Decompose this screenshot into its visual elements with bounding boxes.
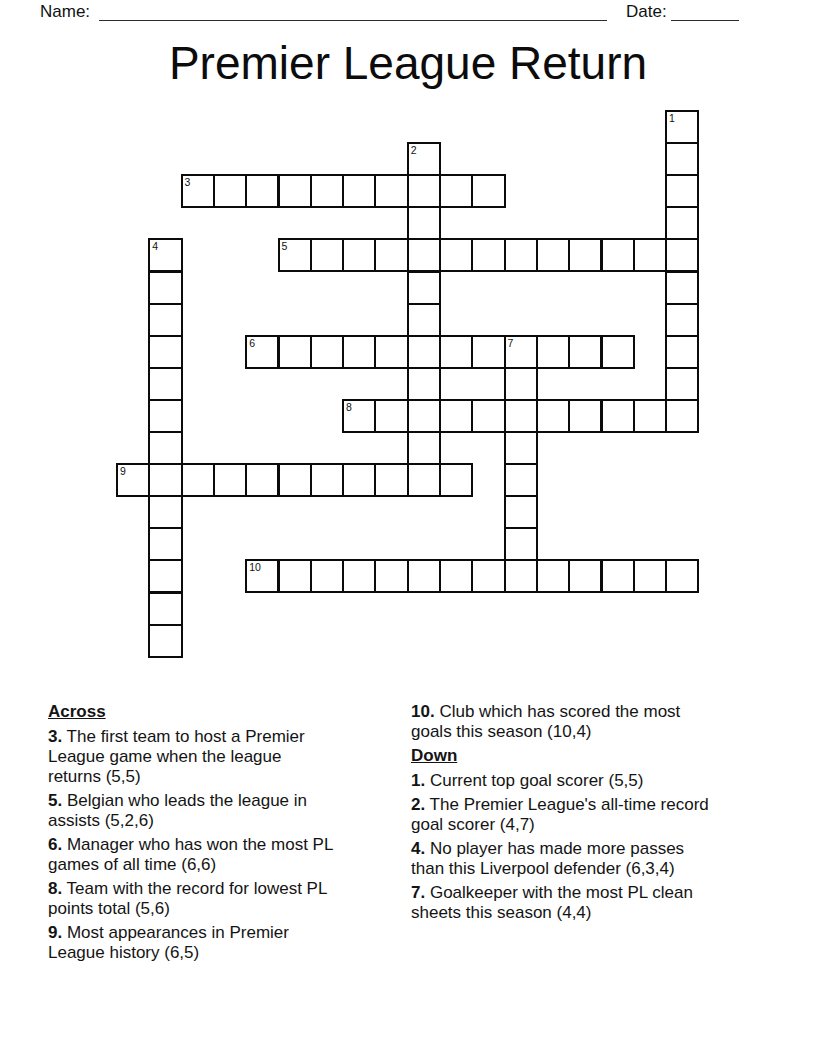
grid-cell-r7-c17[interactable] <box>665 335 699 369</box>
grid-cell-r9-c17[interactable] <box>665 399 699 433</box>
crossword-worksheet-page: Name: Date: Premier League Return 123456… <box>0 0 816 1056</box>
grid-cell-r11-c0[interactable] <box>116 463 150 497</box>
grid-cell-r9-c10[interactable] <box>439 399 473 433</box>
clue-text: Most appearances in Premier League histo… <box>48 923 289 962</box>
grid-cell-r7-c9[interactable] <box>407 335 441 369</box>
grid-cell-r13-c1[interactable] <box>148 527 182 561</box>
grid-cell-r2-c7[interactable] <box>342 174 376 208</box>
clue-number-label: 4. <box>411 839 425 858</box>
grid-cell-r14-c1[interactable] <box>148 559 182 593</box>
grid-cell-r4-c15[interactable] <box>601 238 635 272</box>
grid-cell-r14-c12[interactable] <box>504 559 538 593</box>
grid-cell-r2-c4[interactable] <box>245 174 279 208</box>
grid-cell-r0-c17[interactable] <box>665 110 699 144</box>
grid-cell-r14-c11[interactable] <box>471 559 505 593</box>
grid-cell-r14-c5[interactable] <box>278 559 312 593</box>
grid-cell-r7-c11[interactable] <box>471 335 505 369</box>
grid-cell-r7-c13[interactable] <box>536 335 570 369</box>
grid-cell-r7-c5[interactable] <box>278 335 312 369</box>
clue-across-10: 10. Club which has scored the most goals… <box>411 702 711 742</box>
clue-text: The first team to host a Premier League … <box>48 727 305 786</box>
grid-cell-r9-c15[interactable] <box>601 399 635 433</box>
clue-number-label: 8. <box>48 879 62 898</box>
clues-column-left: Across 3. The first team to host a Premi… <box>48 702 334 967</box>
grid-cell-r12-c1[interactable] <box>148 495 182 529</box>
clue-text: Current top goal scorer (5,5) <box>430 771 644 790</box>
grid-cell-r2-c6[interactable] <box>310 174 344 208</box>
grid-cell-r7-c6[interactable] <box>310 335 344 369</box>
grid-cell-r6-c1[interactable] <box>148 303 182 337</box>
grid-cell-r6-c9[interactable] <box>407 303 441 337</box>
grid-cell-r11-c7[interactable] <box>342 463 376 497</box>
grid-cell-r4-c9[interactable] <box>407 238 441 272</box>
name-label: Name: <box>40 2 90 22</box>
grid-cell-r15-c1[interactable] <box>148 592 182 626</box>
grid-cell-r12-c12[interactable] <box>504 495 538 529</box>
clue-number-label: 1. <box>411 771 425 790</box>
grid-cell-r14-c13[interactable] <box>536 559 570 593</box>
grid-cell-r2-c9[interactable] <box>407 174 441 208</box>
clue-text: Belgian who leads the league in assists … <box>48 791 307 830</box>
grid-cell-r9-c11[interactable] <box>471 399 505 433</box>
grid-cell-r14-c6[interactable] <box>310 559 344 593</box>
grid-cell-r14-c9[interactable] <box>407 559 441 593</box>
grid-cell-r4-c17[interactable] <box>665 238 699 272</box>
grid-cell-r14-c15[interactable] <box>601 559 635 593</box>
grid-cell-r11-c3[interactable] <box>213 463 247 497</box>
clue-text: Club which has scored the most goals thi… <box>411 702 680 741</box>
grid-cell-r4-c16[interactable] <box>633 238 667 272</box>
clue-down-1: 1. Current top goal scorer (5,5) <box>411 771 711 791</box>
clue-text: Team with the record for lowest PL point… <box>48 879 327 918</box>
grid-cell-r8-c1[interactable] <box>148 367 182 401</box>
grid-cell-r11-c9[interactable] <box>407 463 441 497</box>
clue-number-label: 6. <box>48 835 62 854</box>
clue-across-8: 8. Team with the record for lowest PL po… <box>48 879 334 919</box>
clue-number-label: 2. <box>411 795 425 814</box>
grid-cell-r14-c10[interactable] <box>439 559 473 593</box>
grid-cell-r4-c7[interactable] <box>342 238 376 272</box>
grid-cell-r4-c12[interactable] <box>504 238 538 272</box>
grid-cell-r8-c17[interactable] <box>665 367 699 401</box>
grid-cell-r11-c8[interactable] <box>374 463 408 497</box>
grid-cell-r7-c1[interactable] <box>148 335 182 369</box>
clue-across-5: 5. Belgian who leads the league in assis… <box>48 791 334 831</box>
grid-cell-r5-c17[interactable] <box>665 271 699 305</box>
grid-cell-r11-c2[interactable] <box>181 463 215 497</box>
clue-down-4: 4. No player has made more passes than t… <box>411 839 711 879</box>
grid-cell-r16-c1[interactable] <box>148 624 182 658</box>
grid-cell-r6-c17[interactable] <box>665 303 699 337</box>
clue-down-2: 2. The Premier League's all-time record … <box>411 795 711 835</box>
grid-cell-r11-c12[interactable] <box>504 463 538 497</box>
grid-cell-r4-c10[interactable] <box>439 238 473 272</box>
clue-down-7: 7. Goalkeeper with the most PL clean she… <box>411 883 711 923</box>
grid-cell-r1-c9[interactable] <box>407 142 441 176</box>
grid-cell-r3-c17[interactable] <box>665 206 699 240</box>
puzzle-title: Premier League Return <box>0 36 816 90</box>
clue-text: The Premier League's all-time record goa… <box>411 795 709 834</box>
grid-cell-r7-c14[interactable] <box>568 335 602 369</box>
grid-cell-r3-c9[interactable] <box>407 206 441 240</box>
grid-cell-r2-c5[interactable] <box>278 174 312 208</box>
grid-cell-r14-c16[interactable] <box>633 559 667 593</box>
grid-cell-r2-c11[interactable] <box>471 174 505 208</box>
grid-cell-r7-c7[interactable] <box>342 335 376 369</box>
clue-across-6: 6. Manager who has won the most PL games… <box>48 835 334 875</box>
name-blank-line <box>99 4 607 21</box>
grid-cell-r8-c12[interactable] <box>504 367 538 401</box>
grid-cell-r9-c1[interactable] <box>148 399 182 433</box>
grid-cell-r14-c17[interactable] <box>665 559 699 593</box>
grid-cell-r5-c9[interactable] <box>407 271 441 305</box>
grid-cell-r14-c4[interactable] <box>245 559 279 593</box>
clue-text: Goalkeeper with the most PL clean sheets… <box>411 883 693 922</box>
clue-text: No player has made more passes than this… <box>411 839 684 878</box>
grid-cell-r1-c17[interactable] <box>665 142 699 176</box>
grid-cell-r7-c12[interactable] <box>504 335 538 369</box>
grid-cell-r14-c14[interactable] <box>568 559 602 593</box>
grid-cell-r10-c1[interactable] <box>148 431 182 465</box>
grid-cell-r10-c12[interactable] <box>504 431 538 465</box>
grid-cell-r4-c14[interactable] <box>568 238 602 272</box>
date-blank-line <box>671 4 739 21</box>
grid-cell-r4-c8[interactable] <box>374 238 408 272</box>
grid-cell-r9-c13[interactable] <box>536 399 570 433</box>
grid-cell-r14-c8[interactable] <box>374 559 408 593</box>
grid-cell-r9-c9[interactable] <box>407 399 441 433</box>
clue-text: Manager who has won the most PL games of… <box>48 835 333 874</box>
grid-cell-r10-c9[interactable] <box>407 431 441 465</box>
grid-cell-r7-c10[interactable] <box>439 335 473 369</box>
clue-across-9: 9. Most appearances in Premier League hi… <box>48 923 334 963</box>
across-heading: Across <box>48 702 334 722</box>
grid-cell-r5-c1[interactable] <box>148 271 182 305</box>
grid-cell-r13-c12[interactable] <box>504 527 538 561</box>
grid-cell-r2-c17[interactable] <box>665 174 699 208</box>
grid-cell-r14-c7[interactable] <box>342 559 376 593</box>
grid-cell-r2-c3[interactable] <box>213 174 247 208</box>
down-heading: Down <box>411 746 711 766</box>
grid-cell-r2-c2[interactable] <box>181 174 215 208</box>
clue-number-label: 7. <box>411 883 425 902</box>
date-label: Date: <box>626 2 667 22</box>
grid-cell-r4-c11[interactable] <box>471 238 505 272</box>
grid-cell-r11-c6[interactable] <box>310 463 344 497</box>
grid-cell-r11-c1[interactable] <box>148 463 182 497</box>
grid-cell-r11-c5[interactable] <box>278 463 312 497</box>
grid-cell-r7-c4[interactable] <box>245 335 279 369</box>
clue-number-label: 10. <box>411 702 435 721</box>
grid-cell-r11-c4[interactable] <box>245 463 279 497</box>
grid-cell-r7-c8[interactable] <box>374 335 408 369</box>
grid-cell-r8-c9[interactable] <box>407 367 441 401</box>
grid-cell-r2-c8[interactable] <box>374 174 408 208</box>
crossword-grid: 12345678910 <box>117 111 699 658</box>
clue-number-label: 3. <box>48 727 62 746</box>
grid-cell-r4-c1[interactable] <box>148 238 182 272</box>
grid-cell-r9-c12[interactable] <box>504 399 538 433</box>
grid-cell-r9-c8[interactable] <box>374 399 408 433</box>
grid-cell-r7-c15[interactable] <box>601 335 635 369</box>
grid-cell-r4-c6[interactable] <box>310 238 344 272</box>
clues-column-right: 10. Club which has scored the most goals… <box>411 702 711 927</box>
grid-cell-r11-c10[interactable] <box>439 463 473 497</box>
grid-cell-r4-c5[interactable] <box>278 238 312 272</box>
grid-cell-r9-c14[interactable] <box>568 399 602 433</box>
clue-number-label: 9. <box>48 923 62 942</box>
grid-cell-r9-c16[interactable] <box>633 399 667 433</box>
clue-number-label: 5. <box>48 791 62 810</box>
grid-cell-r4-c13[interactable] <box>536 238 570 272</box>
clue-across-3: 3. The first team to host a Premier Leag… <box>48 727 334 787</box>
grid-cell-r2-c10[interactable] <box>439 174 473 208</box>
grid-cell-r9-c7[interactable] <box>342 399 376 433</box>
